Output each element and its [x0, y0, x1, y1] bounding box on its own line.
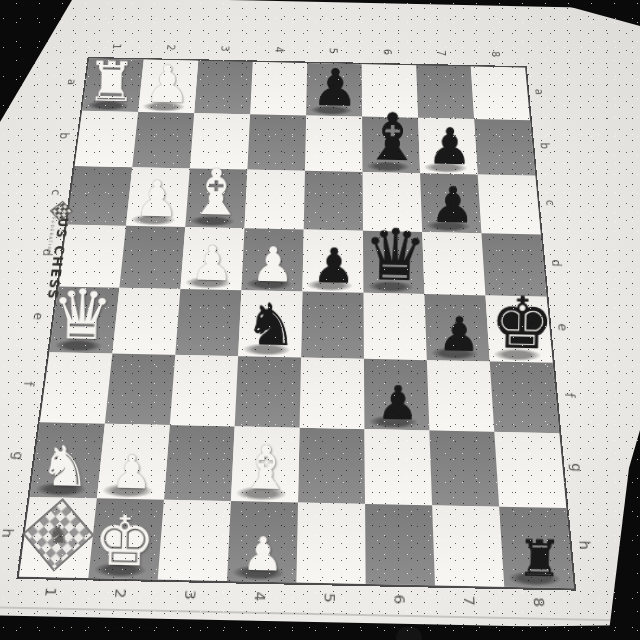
square-f1[interactable] [40, 352, 112, 423]
label-bottom-rank-5: 5 [322, 589, 337, 606]
square-g3[interactable] [164, 425, 235, 501]
piece-bN-e4[interactable]: ♞ [244, 296, 297, 355]
square-g6[interactable] [364, 429, 432, 505]
square-a7[interactable] [416, 65, 474, 119]
piece-bK-e8[interactable]: ♚ [489, 288, 554, 360]
square-h3[interactable] [158, 500, 231, 581]
piece-wP-g2[interactable]: ♟ [110, 449, 152, 496]
square-f7[interactable] [427, 360, 494, 432]
label-right-file-h: h [576, 537, 592, 553]
label-top-rank-7: 7 [435, 48, 447, 58]
square-e7[interactable]: ♟ [424, 294, 489, 361]
square-f2[interactable] [105, 354, 175, 425]
square-b5[interactable] [305, 115, 363, 172]
square-f8[interactable] [490, 361, 559, 433]
square-d6[interactable]: ♛ [363, 231, 424, 294]
square-f5[interactable] [300, 358, 365, 430]
label-right-file-d: d [549, 257, 563, 270]
square-h4[interactable]: ♟ [227, 501, 298, 582]
square-f3[interactable] [170, 355, 238, 426]
label-top-rank-1: 1 [110, 41, 123, 51]
coordinate-labels: 1122334455667788aabbccddeeffgghh [68, 35, 548, 45]
piece-wP-c2[interactable]: ♟ [134, 174, 179, 224]
square-b7[interactable]: ♟ [418, 118, 478, 175]
square-e8[interactable]: ♚ [485, 295, 552, 362]
piece-wQ-e1[interactable]: ♛ [50, 280, 113, 350]
piece-wB-g4[interactable]: ♝ [238, 438, 293, 499]
piece-wP-d4[interactable]: ♟ [251, 240, 295, 289]
piece-bP-d5[interactable]: ♟ [311, 241, 355, 290]
label-top-rank-2: 2 [165, 42, 177, 52]
piece-bP-f6[interactable]: ♟ [376, 379, 419, 427]
piece-wR-a1[interactable]: ♜ [86, 54, 136, 110]
square-e6[interactable] [363, 293, 426, 360]
square-e3[interactable] [175, 289, 241, 356]
corner-logo-knight-icon: ♞ [46, 520, 71, 549]
label-right-file-a: a [533, 87, 546, 98]
square-g4[interactable]: ♝ [231, 426, 300, 502]
label-top-rank-6: 6 [381, 47, 393, 57]
square-g5[interactable] [298, 428, 365, 504]
piece-wK-h2[interactable]: ♚ [92, 505, 156, 576]
square-h7[interactable] [432, 505, 504, 586]
piece-bP-b7[interactable]: ♟ [426, 121, 472, 172]
square-b1[interactable] [75, 111, 138, 167]
square-g7[interactable] [429, 430, 499, 506]
label-top-rank-5: 5 [327, 46, 339, 56]
label-left-file-c: c [49, 186, 63, 198]
piece-bP-c7[interactable]: ♟ [430, 180, 475, 230]
square-c5[interactable] [304, 171, 363, 231]
label-left-file-f: f [21, 377, 37, 391]
label-bottom-rank-1: 1 [42, 584, 59, 601]
label-right-file-g: g [569, 460, 585, 475]
square-g1[interactable]: ♞ [30, 422, 105, 498]
label-bottom-rank-4: 4 [252, 588, 267, 605]
label-bottom-rank-7: 7 [461, 592, 477, 609]
square-c3[interactable]: ♝ [185, 168, 247, 228]
square-d4[interactable]: ♟ [241, 228, 303, 291]
square-a4[interactable] [250, 62, 307, 116]
piece-bP-a5[interactable]: ♟ [311, 62, 358, 114]
label-left-file-h: h [0, 525, 15, 541]
square-e4[interactable]: ♞ [238, 290, 302, 357]
label-left-file-g: g [10, 448, 26, 463]
square-g2[interactable]: ♟ [97, 424, 170, 500]
square-h1[interactable]: ♞ [19, 497, 97, 578]
label-top-rank-4: 4 [273, 45, 285, 55]
label-bottom-rank-6: 6 [391, 591, 406, 608]
label-right-file-f: f [562, 388, 577, 402]
piece-wB-c3[interactable]: ♝ [186, 160, 245, 225]
uschess-corner-diamond-logo: ♞ [22, 498, 95, 572]
square-d2[interactable] [119, 226, 185, 289]
square-e5[interactable] [301, 292, 364, 359]
board-grid: ♜♟♟♝♟♟♝♟♟♟♟♛♛♞♟♚♟♞♟♝♞♚♟♜ [16, 57, 576, 591]
piece-bP-e7[interactable]: ♟ [437, 310, 480, 358]
label-bottom-rank-8: 8 [530, 594, 546, 611]
square-d7[interactable] [422, 232, 485, 295]
square-a2[interactable]: ♟ [138, 60, 198, 113]
cropped-piece-bottom-edge [396, 627, 422, 640]
label-bottom-rank-3: 3 [182, 587, 198, 604]
label-right-file-c: c [543, 197, 557, 209]
square-a8[interactable] [471, 66, 530, 120]
square-a3[interactable] [194, 61, 253, 115]
square-c2[interactable]: ♟ [126, 167, 190, 227]
square-e1[interactable]: ♛ [49, 286, 119, 353]
piece-wN-g1[interactable]: ♞ [39, 438, 90, 495]
label-left-file-b: b [57, 130, 71, 141]
square-a1[interactable]: ♜ [82, 58, 144, 111]
square-d3[interactable]: ♟ [180, 227, 244, 290]
piece-wP-a2[interactable]: ♟ [143, 58, 190, 110]
photo-frame: 1122334455667788aabbccddeeffgghh ♜♟♟♝♟♟♝… [0, 0, 640, 640]
label-right-file-e: e [555, 320, 569, 333]
label-top-rank-8: 8 [489, 49, 501, 59]
square-e2[interactable] [112, 288, 180, 355]
square-c8[interactable] [478, 174, 541, 234]
label-right-file-b: b [538, 140, 551, 151]
vinyl-board-mat: 1122334455667788aabbccddeeffgghh ♜♟♟♝♟♟♝… [0, 0, 640, 629]
square-g8[interactable] [494, 432, 566, 508]
square-b8[interactable] [474, 119, 535, 176]
square-h5[interactable] [296, 503, 365, 584]
square-b2[interactable] [132, 112, 194, 168]
piece-wP-d3[interactable]: ♟ [190, 239, 234, 288]
square-a5[interactable]: ♟ [306, 63, 362, 117]
square-h6[interactable] [365, 504, 435, 585]
label-top-rank-3: 3 [219, 43, 231, 53]
piece-bB-b6[interactable]: ♝ [362, 105, 422, 171]
square-h8[interactable]: ♜ [499, 507, 574, 588]
chessboard: 1122334455667788aabbccddeeffgghh ♜♟♟♝♟♟♝… [0, 35, 609, 625]
label-left-file-d: d [40, 246, 55, 259]
label-bottom-rank-2: 2 [112, 585, 128, 602]
square-f4[interactable] [235, 356, 301, 427]
piece-bR-h8[interactable]: ♜ [516, 534, 562, 585]
square-h2[interactable]: ♚ [88, 498, 164, 579]
square-c7[interactable]: ♟ [420, 173, 481, 233]
square-f6[interactable]: ♟ [364, 359, 429, 431]
piece-bQ-d6[interactable]: ♛ [362, 219, 427, 291]
square-d5[interactable]: ♟ [302, 229, 363, 292]
piece-wP-h4[interactable]: ♟ [241, 531, 284, 578]
square-b4[interactable] [247, 114, 306, 171]
square-b6[interactable]: ♝ [362, 117, 420, 174]
square-c4[interactable] [244, 170, 304, 230]
square-c1[interactable] [67, 166, 132, 226]
label-left-file-a: a [65, 77, 78, 88]
